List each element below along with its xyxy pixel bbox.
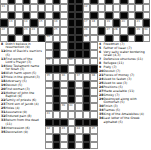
black-cell	[38, 35, 46, 43]
clue-list-left: 8Didn't believe in resurrection (9)12One…	[1, 43, 42, 135]
white-cell[interactable]	[90, 35, 98, 43]
white-cell[interactable]: 38	[90, 73, 98, 81]
black-cell	[75, 50, 83, 58]
white-cell[interactable]	[60, 19, 68, 27]
white-cell[interactable]	[75, 58, 83, 66]
black-cell	[135, 35, 143, 43]
cell-number: 45	[91, 127, 95, 130]
white-cell[interactable]	[60, 50, 68, 58]
black-cell	[83, 119, 91, 127]
white-cell[interactable]	[60, 42, 68, 50]
white-cell[interactable]	[113, 4, 121, 12]
void-area	[0, 134, 8, 142]
white-cell[interactable]	[15, 12, 23, 20]
black-cell	[60, 65, 68, 73]
black-cell	[68, 42, 76, 50]
white-cell[interactable]	[30, 35, 38, 43]
black-cell	[68, 4, 76, 12]
white-cell[interactable]: 15	[38, 19, 46, 27]
clue-text: Return from the dead (11)	[6, 119, 42, 126]
white-cell[interactable]	[60, 4, 68, 12]
white-cell[interactable]	[90, 111, 98, 119]
white-cell[interactable]	[143, 35, 151, 43]
black-cell	[0, 19, 8, 27]
void-area	[98, 126, 106, 134]
white-cell[interactable]	[128, 4, 136, 12]
void-area	[105, 142, 113, 150]
white-cell[interactable]	[45, 42, 53, 50]
cell-number: 11	[1, 5, 5, 8]
white-cell[interactable]	[75, 81, 83, 89]
white-cell[interactable]: 36	[60, 73, 68, 81]
cell-number: 42	[46, 127, 50, 130]
white-cell[interactable]	[90, 81, 98, 89]
white-cell[interactable]	[120, 4, 128, 12]
white-cell[interactable]	[68, 119, 76, 127]
void-area	[23, 142, 31, 150]
void-area	[8, 142, 16, 150]
white-cell[interactable]	[75, 142, 83, 150]
white-cell[interactable]	[60, 58, 68, 66]
white-cell[interactable]: 42	[45, 126, 53, 134]
white-cell[interactable]	[68, 65, 76, 73]
void-area	[38, 134, 46, 142]
white-cell[interactable]	[60, 35, 68, 43]
crossword-page: 1234567891011121314151617181920212223242…	[0, 0, 150, 150]
cell-number: 35	[46, 74, 50, 77]
white-cell[interactable]	[53, 4, 61, 12]
void-area	[143, 134, 151, 142]
white-cell[interactable]: 37	[75, 73, 83, 81]
black-cell	[75, 65, 83, 73]
white-cell[interactable]	[8, 27, 16, 35]
white-cell[interactable]: 14	[23, 19, 31, 27]
white-cell[interactable]: 45	[90, 126, 98, 134]
white-cell[interactable]	[38, 27, 46, 35]
cell-number: 26	[84, 28, 88, 31]
cell-number: 43	[61, 127, 65, 130]
void-area	[105, 134, 113, 142]
cell-number: 13	[9, 20, 13, 23]
void-area	[98, 134, 106, 142]
black-cell	[53, 103, 61, 111]
white-cell[interactable]: 44	[75, 126, 83, 134]
black-cell	[75, 19, 83, 27]
black-cell	[98, 27, 106, 35]
white-cell[interactable]	[90, 58, 98, 66]
void-area	[30, 142, 38, 150]
white-cell[interactable]	[128, 12, 136, 20]
white-cell[interactable]	[83, 58, 91, 66]
black-cell	[53, 42, 61, 50]
black-cell	[128, 27, 136, 35]
white-cell[interactable]: 28	[113, 27, 121, 35]
cell-number: 36	[61, 74, 65, 77]
white-cell[interactable]	[15, 4, 23, 12]
white-cell[interactable]: 25	[53, 27, 61, 35]
white-cell[interactable]	[90, 142, 98, 150]
void-area	[128, 142, 136, 150]
white-cell[interactable]	[83, 126, 91, 134]
white-cell[interactable]	[15, 19, 23, 27]
white-cell[interactable]	[90, 88, 98, 96]
white-cell[interactable]	[105, 4, 113, 12]
white-cell[interactable]	[90, 27, 98, 35]
black-cell	[83, 96, 91, 104]
white-cell[interactable]	[45, 96, 53, 104]
white-cell[interactable]	[45, 88, 53, 96]
cell-number: 38	[91, 74, 95, 77]
black-cell	[53, 65, 61, 73]
white-cell[interactable]	[98, 19, 106, 27]
black-cell	[53, 119, 61, 127]
void-area	[0, 142, 8, 150]
white-cell[interactable]	[128, 35, 136, 43]
white-cell[interactable]	[30, 12, 38, 20]
white-cell[interactable]	[45, 103, 53, 111]
void-area	[15, 134, 23, 142]
clue-item: 12One of David's warriors (5)	[1, 50, 42, 57]
white-cell[interactable]	[68, 73, 76, 81]
void-area	[113, 134, 121, 142]
white-cell[interactable]: 21	[135, 19, 143, 27]
cell-number: 34	[69, 58, 73, 61]
white-cell[interactable]	[90, 50, 98, 58]
black-cell	[53, 142, 61, 150]
cell-number: 16	[54, 20, 58, 23]
black-cell	[68, 81, 76, 89]
white-cell[interactable]: 23	[23, 27, 31, 35]
black-cell	[68, 27, 76, 35]
white-cell[interactable]	[75, 96, 83, 104]
white-cell[interactable]	[60, 81, 68, 89]
white-cell[interactable]	[90, 103, 98, 111]
black-cell	[83, 50, 91, 58]
white-cell[interactable]	[0, 12, 8, 20]
white-cell[interactable]: 41	[45, 111, 53, 119]
void-area	[135, 126, 143, 134]
black-cell	[75, 27, 83, 35]
cell-number: 27	[106, 28, 110, 31]
white-cell[interactable]	[83, 73, 91, 81]
black-cell	[90, 65, 98, 73]
void-area	[105, 126, 113, 134]
white-cell[interactable]: 33	[45, 58, 53, 66]
white-cell[interactable]	[60, 111, 68, 119]
clue-item: 35Decoration (9)	[1, 131, 42, 134]
cell-number: 41	[46, 112, 50, 115]
void-area	[30, 134, 38, 142]
white-cell[interactable]	[90, 42, 98, 50]
cell-number: 17	[84, 20, 88, 23]
black-cell	[68, 134, 76, 142]
white-cell[interactable]	[60, 27, 68, 35]
black-cell	[83, 103, 91, 111]
black-cell	[75, 4, 83, 12]
white-cell[interactable]: 29	[135, 27, 143, 35]
white-cell[interactable]	[53, 58, 61, 66]
cell-number: 40	[69, 104, 73, 107]
black-cell	[75, 12, 83, 20]
black-cell	[45, 65, 53, 73]
black-cell	[30, 19, 38, 27]
white-cell[interactable]	[60, 88, 68, 96]
white-cell[interactable]: 12	[83, 4, 91, 12]
clue-item: 36Last letter of the Greek alphabet (5)	[99, 117, 149, 124]
white-cell[interactable]	[23, 4, 31, 12]
cell-number: 28	[114, 28, 118, 31]
black-cell	[83, 65, 91, 73]
cell-number: 20	[121, 20, 125, 23]
white-cell[interactable]	[98, 12, 106, 20]
white-cell[interactable]	[143, 4, 151, 12]
cell-number: 24	[31, 28, 35, 31]
void-area	[120, 142, 128, 150]
black-cell	[113, 19, 121, 27]
white-cell[interactable]: 35	[45, 73, 53, 81]
cell-number: 12	[84, 5, 88, 8]
clue-text: Decoration (9)	[6, 131, 42, 134]
clue-item: 33Return from the dead (11)	[1, 119, 42, 126]
black-cell	[15, 27, 23, 35]
cell-number: 15	[39, 20, 43, 23]
white-cell[interactable]: 40	[68, 103, 76, 111]
white-cell[interactable]: 22	[0, 27, 8, 35]
white-cell[interactable]	[68, 126, 76, 134]
white-cell[interactable]	[8, 4, 16, 12]
white-cell[interactable]	[83, 111, 91, 119]
void-area	[143, 126, 151, 134]
white-cell[interactable]: 39	[60, 103, 68, 111]
white-cell[interactable]	[45, 81, 53, 89]
cell-number: 44	[76, 127, 80, 130]
void-area	[113, 142, 121, 150]
void-area	[8, 134, 16, 142]
white-cell[interactable]: 20	[120, 19, 128, 27]
black-cell	[53, 134, 61, 142]
cell-number: 19	[106, 20, 110, 23]
cell-number: 14	[24, 20, 28, 23]
white-cell[interactable]: 30	[143, 27, 151, 35]
black-cell	[68, 19, 76, 27]
void-area	[15, 142, 23, 150]
white-cell[interactable]	[60, 134, 68, 142]
black-cell	[83, 142, 91, 150]
white-cell[interactable]	[45, 142, 53, 150]
white-cell[interactable]: 19	[105, 19, 113, 27]
cell-number: 30	[144, 28, 148, 31]
white-cell[interactable]	[68, 111, 76, 119]
void-area	[120, 126, 128, 134]
cell-number: 18	[91, 20, 95, 23]
white-cell[interactable]	[53, 35, 61, 43]
cell-number: 22	[1, 28, 5, 31]
cell-number: 32	[84, 35, 88, 38]
cell-number: 31	[46, 35, 50, 38]
white-cell[interactable]	[60, 12, 68, 20]
black-cell	[53, 96, 61, 104]
white-cell[interactable]	[98, 4, 106, 12]
white-cell[interactable]	[75, 88, 83, 96]
cell-number: 33	[46, 58, 50, 61]
black-cell	[75, 35, 83, 43]
white-cell[interactable]: 18	[90, 19, 98, 27]
cell-number: 25	[54, 28, 58, 31]
white-cell[interactable]: 27	[105, 27, 113, 35]
white-cell[interactable]	[90, 4, 98, 12]
black-cell	[83, 134, 91, 142]
white-cell[interactable]: 31	[45, 35, 53, 43]
void-area	[128, 126, 136, 134]
white-cell[interactable]	[45, 134, 53, 142]
clue-text: Last letter of the Greek alphabet (5)	[104, 117, 149, 124]
void-area	[135, 134, 143, 142]
white-cell[interactable]: 17	[83, 19, 91, 27]
white-cell[interactable]	[75, 111, 83, 119]
white-cell[interactable]	[75, 134, 83, 142]
black-cell	[143, 19, 151, 27]
black-cell	[83, 42, 91, 50]
void-area	[128, 134, 136, 142]
white-cell[interactable]: 34	[68, 58, 76, 66]
white-cell[interactable]	[30, 4, 38, 12]
black-cell	[68, 35, 76, 43]
cell-number: 21	[136, 20, 140, 23]
clue-text: One of David's warriors (5)	[6, 50, 42, 57]
black-cell	[68, 12, 76, 20]
white-cell[interactable]: 43	[60, 126, 68, 134]
white-cell[interactable]	[45, 12, 53, 20]
cell-number: 29	[136, 28, 140, 31]
black-cell	[75, 42, 83, 50]
white-cell[interactable]: 24	[30, 27, 38, 35]
white-cell[interactable]	[60, 142, 68, 150]
black-cell	[53, 81, 61, 89]
black-cell	[83, 88, 91, 96]
cell-number: 39	[61, 104, 65, 107]
white-cell[interactable]: 11	[0, 4, 8, 12]
void-area	[113, 126, 121, 134]
white-cell[interactable]	[128, 19, 136, 27]
white-cell[interactable]	[113, 12, 121, 20]
white-cell[interactable]: 32	[83, 35, 91, 43]
white-cell[interactable]	[45, 4, 53, 12]
white-cell[interactable]	[90, 96, 98, 104]
white-cell[interactable]	[38, 4, 46, 12]
white-cell[interactable]	[143, 12, 151, 20]
black-cell	[53, 50, 61, 58]
black-cell	[68, 88, 76, 96]
white-cell[interactable]	[53, 73, 61, 81]
white-cell[interactable]	[53, 126, 61, 134]
white-cell[interactable]	[45, 19, 53, 27]
void-area	[38, 142, 46, 150]
void-area	[143, 142, 151, 150]
white-cell[interactable]	[90, 134, 98, 142]
cell-number: 23	[24, 28, 28, 31]
black-cell	[53, 88, 61, 96]
white-cell[interactable]	[75, 103, 83, 111]
void-area	[120, 134, 128, 142]
cell-number: 37	[76, 74, 80, 77]
white-cell[interactable]: 16	[53, 19, 61, 27]
white-cell[interactable]	[53, 111, 61, 119]
black-cell	[68, 142, 76, 150]
white-cell[interactable]	[120, 27, 128, 35]
void-area	[98, 142, 106, 150]
black-cell	[83, 81, 91, 89]
void-area	[23, 134, 31, 142]
void-area	[135, 142, 143, 150]
white-cell[interactable]: 13	[8, 19, 16, 27]
clue-list-right: 4Freedmen (7)5Father of Isaac (7)6Very s…	[99, 43, 149, 125]
white-cell[interactable]	[135, 4, 143, 12]
